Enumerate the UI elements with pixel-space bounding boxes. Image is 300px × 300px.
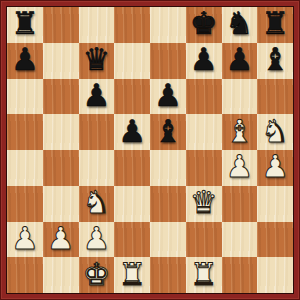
piece-white-pawn: ♟ <box>225 151 253 182</box>
piece-black-pawn: ♟ <box>11 44 39 75</box>
square-d7[interactable] <box>114 43 150 79</box>
piece-black-rook: ♜ <box>11 8 39 39</box>
square-g1[interactable] <box>222 257 258 293</box>
square-b1[interactable] <box>43 257 79 293</box>
piece-white-pawn: ♟ <box>82 223 110 254</box>
square-b8[interactable] <box>43 7 79 43</box>
chess-board-frame: ♜♚♞♜♟♛♟♟♝♟♟♟♝♝♞♟♟♞♛♟♟♟♚♜♜ <box>0 0 300 300</box>
square-d4[interactable] <box>114 150 150 186</box>
square-g3[interactable] <box>222 186 258 222</box>
square-e1[interactable] <box>150 257 186 293</box>
square-d3[interactable] <box>114 186 150 222</box>
square-e6[interactable]: ♟ <box>150 79 186 115</box>
piece-black-pawn: ♟ <box>118 116 146 147</box>
square-a6[interactable] <box>7 79 43 115</box>
piece-white-rook: ♜ <box>190 259 218 290</box>
square-d2[interactable] <box>114 222 150 258</box>
square-d8[interactable] <box>114 7 150 43</box>
square-e2[interactable] <box>150 222 186 258</box>
square-e8[interactable] <box>150 7 186 43</box>
square-b6[interactable] <box>43 79 79 115</box>
square-h7[interactable]: ♝ <box>257 43 293 79</box>
square-g5[interactable]: ♝ <box>222 114 258 150</box>
square-c8[interactable] <box>79 7 115 43</box>
piece-black-king: ♚ <box>190 8 218 39</box>
square-b4[interactable] <box>43 150 79 186</box>
square-c3[interactable]: ♞ <box>79 186 115 222</box>
square-h1[interactable] <box>257 257 293 293</box>
square-a2[interactable]: ♟ <box>7 222 43 258</box>
square-a5[interactable] <box>7 114 43 150</box>
square-a1[interactable] <box>7 257 43 293</box>
square-h5[interactable]: ♞ <box>257 114 293 150</box>
square-f3[interactable]: ♛ <box>186 186 222 222</box>
square-d5[interactable]: ♟ <box>114 114 150 150</box>
square-f1[interactable]: ♜ <box>186 257 222 293</box>
square-h3[interactable] <box>257 186 293 222</box>
square-b7[interactable] <box>43 43 79 79</box>
square-h2[interactable] <box>257 222 293 258</box>
square-g7[interactable]: ♟ <box>222 43 258 79</box>
square-g6[interactable] <box>222 79 258 115</box>
square-c4[interactable] <box>79 150 115 186</box>
piece-black-queen: ♛ <box>82 44 110 75</box>
square-f6[interactable] <box>186 79 222 115</box>
piece-white-bishop: ♝ <box>225 116 253 147</box>
chess-board: ♜♚♞♜♟♛♟♟♝♟♟♟♝♝♞♟♟♞♛♟♟♟♚♜♜ <box>7 7 293 293</box>
piece-white-knight: ♞ <box>261 116 289 147</box>
square-g2[interactable] <box>222 222 258 258</box>
square-c1[interactable]: ♚ <box>79 257 115 293</box>
piece-white-pawn: ♟ <box>47 223 75 254</box>
square-e3[interactable] <box>150 186 186 222</box>
piece-white-king: ♚ <box>82 259 110 290</box>
square-a4[interactable] <box>7 150 43 186</box>
square-f4[interactable] <box>186 150 222 186</box>
square-e4[interactable] <box>150 150 186 186</box>
piece-black-bishop: ♝ <box>261 44 289 75</box>
square-c7[interactable]: ♛ <box>79 43 115 79</box>
square-b5[interactable] <box>43 114 79 150</box>
square-c2[interactable]: ♟ <box>79 222 115 258</box>
square-c5[interactable] <box>79 114 115 150</box>
square-h6[interactable] <box>257 79 293 115</box>
square-g4[interactable]: ♟ <box>222 150 258 186</box>
piece-black-pawn: ♟ <box>225 44 253 75</box>
square-f2[interactable] <box>186 222 222 258</box>
piece-black-rook: ♜ <box>261 8 289 39</box>
piece-black-pawn: ♟ <box>154 80 182 111</box>
square-b2[interactable]: ♟ <box>43 222 79 258</box>
square-a7[interactable]: ♟ <box>7 43 43 79</box>
piece-white-pawn: ♟ <box>261 151 289 182</box>
square-d1[interactable]: ♜ <box>114 257 150 293</box>
square-h4[interactable]: ♟ <box>257 150 293 186</box>
piece-white-rook: ♜ <box>118 259 146 290</box>
piece-black-knight: ♞ <box>225 8 253 39</box>
square-b3[interactable] <box>43 186 79 222</box>
piece-white-queen: ♛ <box>190 187 218 218</box>
piece-black-pawn: ♟ <box>82 80 110 111</box>
square-f8[interactable]: ♚ <box>186 7 222 43</box>
square-e5[interactable]: ♝ <box>150 114 186 150</box>
piece-white-pawn: ♟ <box>11 223 39 254</box>
piece-black-bishop: ♝ <box>154 116 182 147</box>
piece-white-knight: ♞ <box>82 187 110 218</box>
square-a8[interactable]: ♜ <box>7 7 43 43</box>
square-h8[interactable]: ♜ <box>257 7 293 43</box>
piece-black-pawn: ♟ <box>190 44 218 75</box>
square-e7[interactable] <box>150 43 186 79</box>
square-c6[interactable]: ♟ <box>79 79 115 115</box>
square-a3[interactable] <box>7 186 43 222</box>
square-f7[interactable]: ♟ <box>186 43 222 79</box>
square-d6[interactable] <box>114 79 150 115</box>
square-g8[interactable]: ♞ <box>222 7 258 43</box>
square-f5[interactable] <box>186 114 222 150</box>
